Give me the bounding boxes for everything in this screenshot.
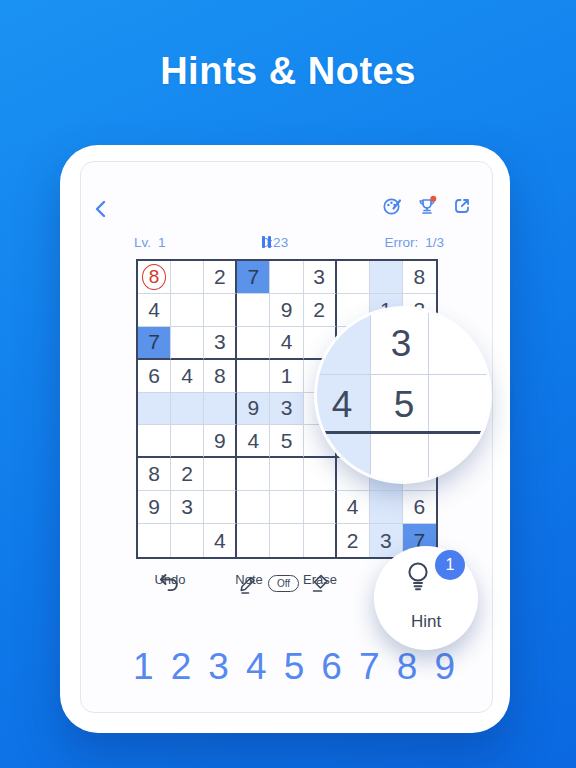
magnifier-gridline xyxy=(370,309,371,481)
error-indicator: Error: 1/3 xyxy=(384,235,444,250)
chevron-left-icon xyxy=(93,199,109,219)
undo-button[interactable]: Undo xyxy=(134,572,206,587)
cell-r3c2[interactable] xyxy=(171,327,204,360)
cell-r5c3[interactable] xyxy=(204,393,237,426)
eraser-icon xyxy=(308,572,332,595)
cell-r7c6[interactable] xyxy=(304,458,337,491)
cell-r5c5[interactable]: 3 xyxy=(270,393,303,426)
cell-r1c8[interactable] xyxy=(370,261,403,294)
share-button[interactable] xyxy=(451,195,473,217)
level-indicator: Lv. 1 xyxy=(134,235,166,250)
trophy-icon xyxy=(416,195,438,217)
cell-r1c2[interactable] xyxy=(171,261,204,294)
numpad-7[interactable]: 7 xyxy=(359,646,380,688)
cell-r4c5[interactable]: 1 xyxy=(270,360,303,393)
cell-r6c4[interactable]: 4 xyxy=(237,425,270,458)
cell-r4c1[interactable]: 6 xyxy=(138,360,171,393)
share-icon xyxy=(452,196,472,216)
cell-r6c5[interactable]: 5 xyxy=(270,425,303,458)
status-bar: Lv. 1 0:23 Error: 1/3 xyxy=(134,233,444,251)
error-ring: 8 xyxy=(142,264,166,290)
cell-r9c2[interactable] xyxy=(171,524,204,557)
cell-r1c4[interactable]: 7 xyxy=(237,261,270,294)
cell-r1c1[interactable]: 8 xyxy=(138,261,171,294)
cell-r7c2[interactable]: 2 xyxy=(171,458,204,491)
error-value: 1/3 xyxy=(425,235,444,250)
magnifier-digit: 3 xyxy=(391,323,412,365)
cell-r7c5[interactable] xyxy=(270,458,303,491)
pause-icon xyxy=(262,236,271,248)
magnifier-gridline xyxy=(317,374,489,375)
numpad-8[interactable]: 8 xyxy=(397,646,418,688)
cell-r2c5[interactable]: 9 xyxy=(270,294,303,327)
cell-r1c3[interactable]: 2 xyxy=(204,261,237,294)
cell-r6c1[interactable] xyxy=(138,425,171,458)
hint-button[interactable]: 1 Hint xyxy=(374,546,478,650)
cell-r5c1[interactable] xyxy=(138,393,171,426)
cell-r2c4[interactable] xyxy=(237,294,270,327)
level-label: Lv. xyxy=(134,235,151,250)
numpad-5[interactable]: 5 xyxy=(284,646,305,688)
undo-icon xyxy=(156,572,184,594)
hint-count-badge: 1 xyxy=(435,550,465,580)
cell-r8c9[interactable]: 6 xyxy=(403,491,436,524)
numpad-3[interactable]: 3 xyxy=(208,646,229,688)
cell-r8c6[interactable] xyxy=(304,491,337,524)
cell-r2c6[interactable]: 2 xyxy=(304,294,337,327)
cell-r8c4[interactable] xyxy=(237,491,270,524)
cell-r9c4[interactable] xyxy=(237,524,270,557)
numpad-4[interactable]: 4 xyxy=(246,646,267,688)
theme-button[interactable] xyxy=(381,195,403,217)
cell-r6c3[interactable]: 9 xyxy=(204,425,237,458)
magnifier-digit: 4 xyxy=(332,384,353,426)
cell-r9c1[interactable] xyxy=(138,524,171,557)
page-title: Hints & Notes xyxy=(0,50,576,93)
note-off-badge: Off xyxy=(268,575,299,592)
cell-r7c4[interactable] xyxy=(237,458,270,491)
magnifier-digit: 5 xyxy=(394,384,415,426)
magnifier-box-border xyxy=(317,431,489,434)
cell-r9c8[interactable]: 3 xyxy=(370,524,403,557)
number-pad: 123456789 xyxy=(133,646,455,688)
app-screen: Lv. 1 0:23 Error: 1/3 827384921373464819… xyxy=(80,161,493,713)
cell-r5c4[interactable]: 9 xyxy=(237,393,270,426)
cell-r1c7[interactable] xyxy=(337,261,370,294)
numpad-6[interactable]: 6 xyxy=(321,646,342,688)
header-icons xyxy=(381,194,481,218)
cell-r6c2[interactable] xyxy=(171,425,204,458)
magnifier-lens: 3 4 5 xyxy=(317,309,489,481)
cell-r4c2[interactable]: 4 xyxy=(171,360,204,393)
cell-r8c7[interactable]: 4 xyxy=(337,491,370,524)
cell-r1c9[interactable]: 8 xyxy=(403,261,436,294)
hint-label: Hint xyxy=(374,612,478,632)
cell-r3c3[interactable]: 3 xyxy=(204,327,237,360)
cell-r7c1[interactable]: 8 xyxy=(138,458,171,491)
cell-r5c2[interactable] xyxy=(171,393,204,426)
cell-r1c6[interactable]: 3 xyxy=(304,261,337,294)
level-value: 1 xyxy=(158,235,166,250)
cell-r3c4[interactable] xyxy=(237,327,270,360)
numpad-9[interactable]: 9 xyxy=(434,646,455,688)
cell-r4c4[interactable] xyxy=(237,360,270,393)
trophy-notification-dot xyxy=(430,196,436,202)
cell-r1c5[interactable] xyxy=(270,261,303,294)
cell-r8c2[interactable]: 3 xyxy=(171,491,204,524)
cell-r9c3[interactable]: 4 xyxy=(204,524,237,557)
cell-r9c7[interactable]: 2 xyxy=(337,524,370,557)
timer[interactable]: 0:23 xyxy=(262,235,288,250)
cell-r8c5[interactable] xyxy=(270,491,303,524)
tablet-mockup: Lv. 1 0:23 Error: 1/3 827384921373464819… xyxy=(60,145,510,733)
cell-r9c6[interactable] xyxy=(304,524,337,557)
cell-r3c5[interactable]: 4 xyxy=(270,327,303,360)
cell-r7c3[interactable] xyxy=(204,458,237,491)
cell-r2c2[interactable] xyxy=(171,294,204,327)
error-label: Error: xyxy=(384,235,418,250)
cell-r2c1[interactable]: 4 xyxy=(138,294,171,327)
cell-r2c3[interactable] xyxy=(204,294,237,327)
pencil-icon xyxy=(237,572,261,595)
palette-icon xyxy=(381,195,403,217)
numpad-2[interactable]: 2 xyxy=(171,646,192,688)
cell-r8c8[interactable] xyxy=(370,491,403,524)
trophy-button[interactable] xyxy=(416,195,438,217)
lightbulb-icon xyxy=(401,560,435,594)
cell-r4c3[interactable]: 8 xyxy=(204,360,237,393)
cell-r9c5[interactable] xyxy=(270,524,303,557)
magnifier-gridline xyxy=(428,309,429,481)
cell-r8c1[interactable]: 9 xyxy=(138,491,171,524)
numpad-1[interactable]: 1 xyxy=(133,646,154,688)
back-button[interactable] xyxy=(89,196,113,222)
cell-r8c3[interactable] xyxy=(204,491,237,524)
cell-r3c1[interactable]: 7 xyxy=(138,327,171,360)
